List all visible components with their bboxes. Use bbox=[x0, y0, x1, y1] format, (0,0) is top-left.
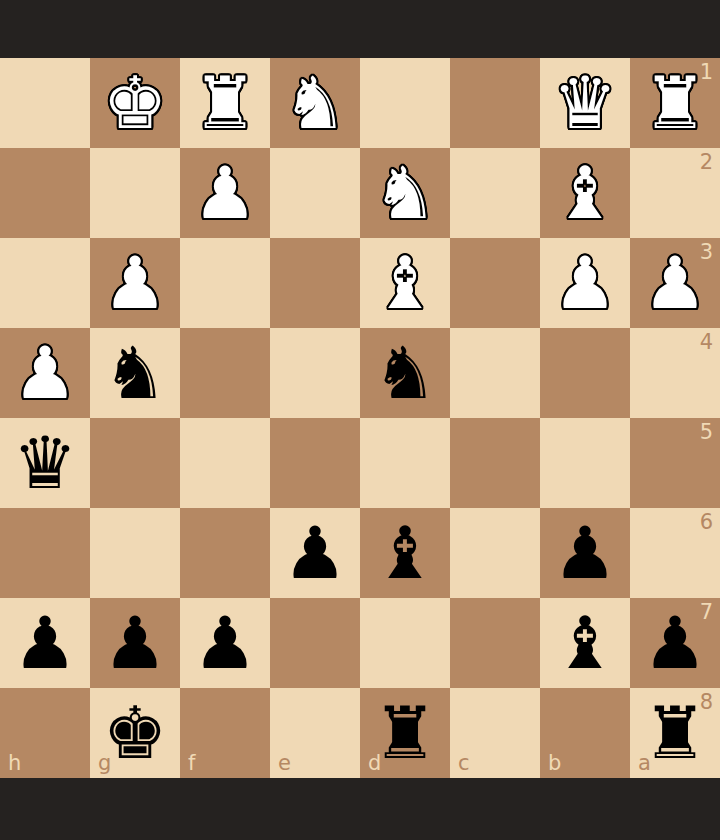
square-b8[interactable]: b bbox=[540, 688, 630, 778]
file-label-b: b bbox=[548, 753, 561, 774]
bottom-frame bbox=[0, 778, 720, 840]
square-c7[interactable] bbox=[450, 598, 540, 688]
square-a5[interactable]: 5 bbox=[630, 418, 720, 508]
square-c2[interactable] bbox=[450, 148, 540, 238]
piece-white-pawn[interactable]: ♟ bbox=[643, 238, 708, 328]
square-b7[interactable]: ♝ bbox=[540, 598, 630, 688]
square-g8[interactable]: ♚g bbox=[90, 688, 180, 778]
square-f8[interactable]: f bbox=[180, 688, 270, 778]
piece-white-bishop[interactable]: ♝ bbox=[373, 238, 438, 328]
rank-label-2: 2 bbox=[700, 152, 713, 173]
square-b3[interactable]: ♟ bbox=[540, 238, 630, 328]
square-f2[interactable]: ♟ bbox=[180, 148, 270, 238]
square-d8[interactable]: ♜d bbox=[360, 688, 450, 778]
square-h4[interactable]: ♟ bbox=[0, 328, 90, 418]
piece-black-rook[interactable]: ♜ bbox=[373, 688, 438, 778]
file-label-c: c bbox=[458, 753, 470, 774]
square-e7[interactable] bbox=[270, 598, 360, 688]
piece-white-queen[interactable]: ♛ bbox=[553, 58, 618, 148]
piece-white-knight[interactable]: ♞ bbox=[373, 148, 438, 238]
square-e3[interactable] bbox=[270, 238, 360, 328]
piece-black-pawn[interactable]: ♟ bbox=[283, 508, 348, 598]
square-a6[interactable]: 6 bbox=[630, 508, 720, 598]
piece-black-pawn[interactable]: ♟ bbox=[643, 598, 708, 688]
square-a4[interactable]: 4 bbox=[630, 328, 720, 418]
square-b6[interactable]: ♟ bbox=[540, 508, 630, 598]
square-a7[interactable]: ♟7 bbox=[630, 598, 720, 688]
square-e2[interactable] bbox=[270, 148, 360, 238]
square-g4[interactable]: ♞ bbox=[90, 328, 180, 418]
square-f1[interactable]: ♜ bbox=[180, 58, 270, 148]
piece-white-rook[interactable]: ♜ bbox=[643, 58, 708, 148]
square-c1[interactable] bbox=[450, 58, 540, 148]
square-h6[interactable] bbox=[0, 508, 90, 598]
square-h1[interactable] bbox=[0, 58, 90, 148]
square-d4[interactable]: ♞ bbox=[360, 328, 450, 418]
square-b2[interactable]: ♝ bbox=[540, 148, 630, 238]
square-d5[interactable] bbox=[360, 418, 450, 508]
square-g1[interactable]: ♚ bbox=[90, 58, 180, 148]
piece-black-pawn[interactable]: ♟ bbox=[13, 598, 78, 688]
file-label-f: f bbox=[188, 753, 195, 774]
square-b1[interactable]: ♛ bbox=[540, 58, 630, 148]
square-a8[interactable]: ♜8a bbox=[630, 688, 720, 778]
piece-black-king[interactable]: ♚ bbox=[103, 688, 168, 778]
square-d6[interactable]: ♝ bbox=[360, 508, 450, 598]
square-e8[interactable]: e bbox=[270, 688, 360, 778]
square-f7[interactable]: ♟ bbox=[180, 598, 270, 688]
piece-white-pawn[interactable]: ♟ bbox=[553, 238, 618, 328]
rank-label-5: 5 bbox=[700, 422, 713, 443]
piece-black-pawn[interactable]: ♟ bbox=[103, 598, 168, 688]
piece-white-pawn[interactable]: ♟ bbox=[193, 148, 258, 238]
piece-white-king[interactable]: ♚ bbox=[103, 58, 168, 148]
rank-label-4: 4 bbox=[700, 332, 713, 353]
square-b5[interactable] bbox=[540, 418, 630, 508]
square-e6[interactable]: ♟ bbox=[270, 508, 360, 598]
rank-label-6: 6 bbox=[700, 512, 713, 533]
square-g3[interactable]: ♟ bbox=[90, 238, 180, 328]
square-h2[interactable] bbox=[0, 148, 90, 238]
square-c3[interactable] bbox=[450, 238, 540, 328]
square-e1[interactable]: ♞ bbox=[270, 58, 360, 148]
square-g2[interactable] bbox=[90, 148, 180, 238]
square-c4[interactable] bbox=[450, 328, 540, 418]
square-d1[interactable] bbox=[360, 58, 450, 148]
square-e4[interactable] bbox=[270, 328, 360, 418]
piece-black-bishop[interactable]: ♝ bbox=[373, 508, 438, 598]
square-g6[interactable] bbox=[90, 508, 180, 598]
piece-white-knight[interactable]: ♞ bbox=[283, 58, 348, 148]
square-d2[interactable]: ♞ bbox=[360, 148, 450, 238]
piece-white-pawn[interactable]: ♟ bbox=[103, 238, 168, 328]
square-g7[interactable]: ♟ bbox=[90, 598, 180, 688]
chess-board: ♚♜♞♛♜1♟♞♝2♟♝♟♟3♟♞♞4♛5♟♝♟6♟♟♟♝♟7h♚gfe♜dcb… bbox=[0, 58, 720, 778]
square-g5[interactable] bbox=[90, 418, 180, 508]
square-a3[interactable]: ♟3 bbox=[630, 238, 720, 328]
square-h8[interactable]: h bbox=[0, 688, 90, 778]
square-c5[interactable] bbox=[450, 418, 540, 508]
square-a2[interactable]: 2 bbox=[630, 148, 720, 238]
piece-black-bishop[interactable]: ♝ bbox=[553, 598, 618, 688]
piece-white-rook[interactable]: ♜ bbox=[193, 58, 258, 148]
square-f6[interactable] bbox=[180, 508, 270, 598]
square-f4[interactable] bbox=[180, 328, 270, 418]
piece-black-queen[interactable]: ♛ bbox=[13, 418, 78, 508]
piece-black-knight[interactable]: ♞ bbox=[373, 328, 438, 418]
piece-black-pawn[interactable]: ♟ bbox=[553, 508, 618, 598]
square-c8[interactable]: c bbox=[450, 688, 540, 778]
piece-black-rook[interactable]: ♜ bbox=[643, 688, 708, 778]
square-f3[interactable] bbox=[180, 238, 270, 328]
file-label-e: e bbox=[278, 753, 291, 774]
top-frame bbox=[0, 0, 720, 58]
piece-black-knight[interactable]: ♞ bbox=[103, 328, 168, 418]
square-h7[interactable]: ♟ bbox=[0, 598, 90, 688]
piece-white-pawn[interactable]: ♟ bbox=[13, 328, 78, 418]
file-label-h: h bbox=[8, 753, 21, 774]
square-a1[interactable]: ♜1 bbox=[630, 58, 720, 148]
piece-black-pawn[interactable]: ♟ bbox=[193, 598, 258, 688]
square-c6[interactable] bbox=[450, 508, 540, 598]
square-b4[interactable] bbox=[540, 328, 630, 418]
square-h3[interactable] bbox=[0, 238, 90, 328]
square-f5[interactable] bbox=[180, 418, 270, 508]
square-h5[interactable]: ♛ bbox=[0, 418, 90, 508]
square-d7[interactable] bbox=[360, 598, 450, 688]
piece-white-bishop[interactable]: ♝ bbox=[553, 148, 618, 238]
square-d3[interactable]: ♝ bbox=[360, 238, 450, 328]
square-e5[interactable] bbox=[270, 418, 360, 508]
